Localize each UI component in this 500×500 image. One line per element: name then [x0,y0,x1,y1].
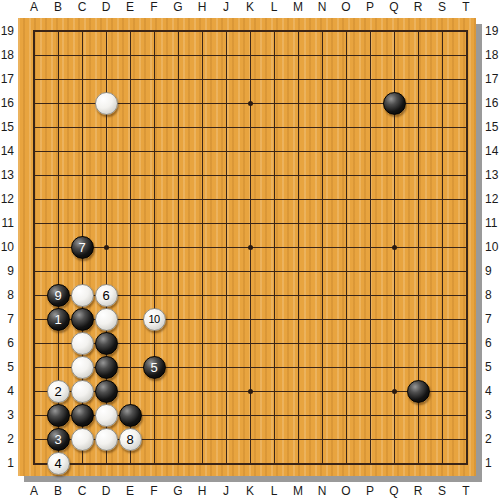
row-label: 1 [0,455,14,471]
row-label: 5 [485,359,500,375]
stones-grid: 79611052384 [22,19,478,475]
stone-black[interactable] [95,380,118,403]
column-label: C [70,0,94,15]
row-label: 3 [0,407,14,423]
stone-white[interactable]: 4 [47,452,70,475]
stone-move-number: 3 [54,433,61,446]
stone-black[interactable]: 9 [47,284,70,307]
column-label: B [46,484,70,499]
row-label: 19 [0,23,14,39]
row-label: 16 [485,95,500,111]
row-label: 6 [485,335,500,351]
row-label: 6 [0,335,14,351]
row-label: 9 [485,263,500,279]
column-label: O [334,0,358,15]
column-label: J [214,484,238,499]
stone-white[interactable]: 10 [143,308,166,331]
row-label: 8 [485,287,500,303]
column-label: Q [382,0,406,15]
stone-black[interactable] [71,308,94,331]
row-label: 7 [485,311,500,327]
row-label: 14 [485,143,500,159]
stone-black[interactable] [95,356,118,379]
column-label: J [214,0,238,15]
row-label: 4 [485,383,500,399]
stone-black[interactable]: 3 [47,428,70,451]
row-label: 10 [0,239,14,255]
column-label: S [430,0,454,15]
row-label: 3 [485,407,500,423]
row-label: 4 [0,383,14,399]
stone-move-number: 6 [102,289,109,302]
stone-black[interactable]: 1 [47,308,70,331]
column-label: G [166,484,190,499]
column-label: O [334,484,358,499]
column-label: N [310,0,334,15]
star-point [392,389,397,394]
row-label: 15 [0,119,14,135]
row-label: 12 [485,191,500,207]
column-label: A [22,0,46,15]
column-label: E [118,484,142,499]
row-label: 13 [485,167,500,183]
row-label: 1 [485,455,500,471]
column-label: L [262,0,286,15]
row-label: 2 [0,431,14,447]
stone-black[interactable] [95,332,118,355]
column-label: K [238,484,262,499]
column-label: Q [382,484,406,499]
stone-white[interactable] [95,428,118,451]
stone-black[interactable] [71,404,94,427]
star-point [248,101,253,106]
column-label: N [310,484,334,499]
row-label: 12 [0,191,14,207]
row-label: 9 [0,263,14,279]
stone-move-number: 10 [148,314,159,325]
stone-white[interactable]: 6 [95,284,118,307]
row-label: 13 [0,167,14,183]
stone-white[interactable]: 2 [47,380,70,403]
column-label: M [286,0,310,15]
row-label: 17 [0,71,14,87]
star-point [104,245,109,250]
stone-white[interactable]: 8 [119,428,142,451]
stone-move-number: 9 [54,289,61,302]
column-label: L [262,484,286,499]
stone-white[interactable] [95,308,118,331]
stone-black[interactable]: 5 [143,356,166,379]
star-point [248,389,253,394]
star-point [392,245,397,250]
row-label: 16 [0,95,14,111]
column-label: A [22,484,46,499]
stone-move-number: 7 [78,241,85,254]
stone-white[interactable] [71,380,94,403]
stone-move-number: 8 [126,433,133,446]
column-label: G [166,0,190,15]
stone-white[interactable] [95,404,118,427]
column-label: M [286,484,310,499]
row-label: 8 [0,287,14,303]
stone-black[interactable] [383,92,406,115]
column-label: D [94,484,118,499]
column-label: R [406,484,430,499]
column-label: P [358,484,382,499]
row-label: 19 [485,23,500,39]
row-label: 7 [0,311,14,327]
column-label: R [406,0,430,15]
stone-black[interactable] [119,404,142,427]
column-label: C [70,484,94,499]
stone-white[interactable] [71,284,94,307]
stone-black[interactable] [47,404,70,427]
column-label: B [46,0,70,15]
stone-move-number: 2 [54,385,61,398]
row-label: 11 [485,215,500,231]
row-label: 18 [0,47,14,63]
column-label: K [238,0,262,15]
row-label: 5 [0,359,14,375]
go-board[interactable]: 79611052384 [18,18,476,476]
stone-white[interactable] [71,332,94,355]
row-label: 14 [0,143,14,159]
column-label: P [358,0,382,15]
column-label: S [430,484,454,499]
column-label: T [454,0,478,15]
star-point [248,245,253,250]
column-label: F [142,0,166,15]
stone-white[interactable] [95,92,118,115]
stone-move-number: 1 [54,313,61,326]
row-label: 17 [485,71,500,87]
row-label: 11 [0,215,14,231]
row-label: 10 [485,239,500,255]
column-label: F [142,484,166,499]
stone-black[interactable]: 7 [71,236,94,259]
column-label: T [454,484,478,499]
row-label: 15 [485,119,500,135]
stone-white[interactable] [71,356,94,379]
row-label: 2 [485,431,500,447]
go-diagram: ABCDEFGHJKLMNOPQRST ABCDEFGHJKLMNOPQRST … [0,0,500,500]
row-label: 18 [485,47,500,63]
column-label: E [118,0,142,15]
stone-move-number: 4 [54,457,61,470]
stone-white[interactable] [71,428,94,451]
stone-move-number: 5 [150,361,157,374]
stone-black[interactable] [407,380,430,403]
column-label: H [190,0,214,15]
column-label: D [94,0,118,15]
column-label: H [190,484,214,499]
